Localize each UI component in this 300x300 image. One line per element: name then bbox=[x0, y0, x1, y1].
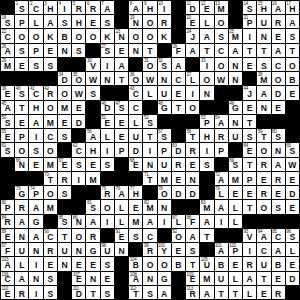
cell-r14c20[interactable]: E bbox=[272, 186, 285, 199]
cell-r6c17[interactable]: N bbox=[229, 72, 242, 85]
cell-r10c18[interactable]: S bbox=[243, 129, 256, 142]
cell-r2c6[interactable]: H bbox=[72, 15, 85, 28]
cell-r17c19[interactable]: 94A bbox=[257, 229, 270, 242]
cell-r12c19[interactable]: R bbox=[257, 158, 270, 171]
cell-r4c3[interactable]: P bbox=[29, 44, 42, 57]
cell-r12c11[interactable]: N bbox=[143, 158, 156, 171]
cell-r10c10[interactable]: U bbox=[129, 129, 142, 142]
cell-r11c21[interactable]: 65S bbox=[286, 143, 299, 156]
cell-r11c19[interactable]: O bbox=[257, 143, 270, 156]
cell-r12c3[interactable]: E bbox=[29, 158, 42, 171]
cell-r16c1[interactable]: 84R bbox=[1, 215, 14, 228]
cell-r19c10[interactable]: 104B bbox=[129, 257, 142, 270]
cell-r6c19[interactable]: 38M bbox=[257, 72, 270, 85]
cell-r1c20[interactable]: 16A bbox=[272, 1, 285, 14]
cell-r5c15[interactable]: 33I bbox=[200, 58, 213, 71]
cell-r15c19[interactable]: O bbox=[257, 200, 270, 213]
cell-r1c6[interactable]: 5R bbox=[72, 1, 85, 14]
cell-r9c4[interactable]: M bbox=[44, 115, 57, 128]
cell-r9c3[interactable]: A bbox=[29, 115, 42, 128]
cell-r3c16[interactable]: S bbox=[215, 29, 228, 42]
cell-r7c15[interactable]: N bbox=[200, 86, 213, 99]
cell-r5c11[interactable]: 31O bbox=[143, 58, 156, 71]
cell-r12c4[interactable]: M bbox=[44, 158, 57, 171]
cell-r2c7[interactable]: E bbox=[86, 15, 99, 28]
cell-r9c6[interactable]: D bbox=[72, 115, 85, 128]
cell-r16c16[interactable]: I bbox=[215, 215, 228, 228]
cell-r3c15[interactable]: A bbox=[200, 29, 213, 42]
cell-r19c3[interactable]: I bbox=[29, 257, 42, 270]
cell-r3c21[interactable]: S bbox=[286, 29, 299, 42]
cell-r6c9[interactable]: T bbox=[115, 72, 128, 85]
cell-r3c6[interactable]: O bbox=[72, 29, 85, 42]
cell-r2c21[interactable]: A bbox=[286, 15, 299, 28]
cell-r4c10[interactable]: N bbox=[129, 44, 142, 57]
cell-r13c20[interactable]: R bbox=[272, 172, 285, 185]
cell-r9c17[interactable]: N bbox=[229, 115, 242, 128]
cell-r17c15[interactable]: T bbox=[200, 229, 213, 242]
cell-r3c3[interactable]: O bbox=[29, 29, 42, 42]
cell-r10c12[interactable]: 57S bbox=[158, 129, 171, 142]
cell-r4c21[interactable]: T bbox=[286, 44, 299, 57]
cell-r5c16[interactable]: O bbox=[215, 58, 228, 71]
cell-r14c2[interactable]: 73G bbox=[15, 186, 28, 199]
cell-r4c2[interactable]: S bbox=[15, 44, 28, 57]
cell-r14c13[interactable]: D bbox=[172, 186, 185, 199]
cell-r15c10[interactable]: E bbox=[129, 200, 142, 213]
cell-r18c20[interactable]: A bbox=[272, 243, 285, 256]
cell-r19c17[interactable]: E bbox=[229, 257, 242, 270]
cell-r19c2[interactable]: L bbox=[15, 257, 28, 270]
cell-r10c11[interactable]: T bbox=[143, 129, 156, 142]
cell-r5c12[interactable]: 32S bbox=[158, 58, 171, 71]
cell-r15c2[interactable]: R bbox=[15, 200, 28, 213]
cell-r18c13[interactable]: E bbox=[172, 243, 185, 256]
cell-r20c3[interactable]: N bbox=[29, 272, 42, 285]
cell-r14c3[interactable]: 74P bbox=[29, 186, 42, 199]
cell-r18c1[interactable]: 97F bbox=[1, 243, 14, 256]
cell-r11c1[interactable]: 61S bbox=[1, 143, 14, 156]
cell-r1c19[interactable]: 15H bbox=[257, 1, 270, 14]
cell-r2c10[interactable]: 19N bbox=[129, 15, 142, 28]
cell-r8c18[interactable]: E bbox=[243, 101, 256, 114]
cell-r2c19[interactable]: U bbox=[257, 15, 270, 28]
cell-r15c3[interactable]: A bbox=[29, 200, 42, 213]
cell-r2c5[interactable]: S bbox=[58, 15, 71, 28]
cell-r13c19[interactable]: E bbox=[257, 172, 270, 185]
cell-r18c6[interactable]: N bbox=[72, 243, 85, 256]
cell-r10c5[interactable]: S bbox=[58, 129, 71, 142]
cell-r14c4[interactable]: O bbox=[44, 186, 57, 199]
cell-r12c12[interactable]: U bbox=[158, 158, 171, 171]
cell-r11c7[interactable]: H bbox=[86, 143, 99, 156]
cell-r10c9[interactable]: E bbox=[115, 129, 128, 142]
cell-r1c8[interactable]: 7A bbox=[101, 1, 114, 14]
cell-r11c18[interactable]: 64E bbox=[243, 143, 256, 156]
cell-r11c12[interactable]: P bbox=[158, 143, 171, 156]
cell-r5c13[interactable]: A bbox=[172, 58, 185, 71]
cell-r21c4[interactable]: S bbox=[44, 286, 57, 299]
cell-r20c16[interactable]: U bbox=[215, 272, 228, 285]
cell-r21c18[interactable]: L bbox=[243, 286, 256, 299]
cell-r1c7[interactable]: 6R bbox=[86, 1, 99, 14]
cell-r12c10[interactable]: 68E bbox=[129, 158, 142, 171]
cell-r8c10[interactable]: C bbox=[129, 101, 142, 114]
cell-r11c16[interactable]: P bbox=[215, 143, 228, 156]
cell-r18c14[interactable]: S bbox=[186, 243, 199, 256]
cell-r19c6[interactable]: E bbox=[72, 257, 85, 270]
cell-r20c1[interactable]: 106C bbox=[1, 272, 14, 285]
cell-r7c7[interactable]: S bbox=[86, 86, 99, 99]
cell-r11c13[interactable]: 63D bbox=[172, 143, 185, 156]
cell-r18c5[interactable]: U bbox=[58, 243, 71, 256]
cell-r2c18[interactable]: 21P bbox=[243, 15, 256, 28]
cell-r7c5[interactable]: O bbox=[58, 86, 71, 99]
cell-r1c15[interactable]: 12E bbox=[200, 1, 213, 14]
cell-r12c8[interactable]: S bbox=[101, 158, 114, 171]
cell-r18c17[interactable]: 102P bbox=[229, 243, 242, 256]
cell-r9c8[interactable]: 51E bbox=[101, 115, 114, 128]
cell-r18c3[interactable]: N bbox=[29, 243, 42, 256]
cell-r10c20[interactable]: 60S bbox=[272, 129, 285, 142]
cell-r19c1[interactable]: 103A bbox=[1, 257, 14, 270]
cell-r15c1[interactable]: 80P bbox=[1, 200, 14, 213]
cell-r21c8[interactable]: S bbox=[101, 286, 114, 299]
cell-r17c10[interactable]: S bbox=[129, 229, 142, 242]
cell-r11c10[interactable]: D bbox=[129, 143, 142, 156]
cell-r4c4[interactable]: E bbox=[44, 44, 57, 57]
cell-r9c18[interactable]: T bbox=[243, 115, 256, 128]
cell-r7c21[interactable]: E bbox=[286, 86, 299, 99]
cell-r6c16[interactable]: W bbox=[215, 72, 228, 85]
cell-r16c8[interactable]: I bbox=[101, 215, 114, 228]
cell-r9c16[interactable]: 54A bbox=[215, 115, 228, 128]
cell-r9c11[interactable]: 52S bbox=[143, 115, 156, 128]
cell-r4c19[interactable]: T bbox=[257, 44, 270, 57]
cell-r17c18[interactable]: 93V bbox=[243, 229, 256, 242]
cell-r2c20[interactable]: R bbox=[272, 15, 285, 28]
cell-r10c17[interactable]: U bbox=[229, 129, 242, 142]
cell-r18c21[interactable]: L bbox=[286, 243, 299, 256]
cell-r10c7[interactable]: 56A bbox=[86, 129, 99, 142]
cell-r17c4[interactable]: 90C bbox=[44, 229, 57, 242]
cell-r11c2[interactable]: O bbox=[15, 143, 28, 156]
cell-r12c15[interactable]: S bbox=[200, 158, 213, 171]
cell-r18c19[interactable]: C bbox=[257, 243, 270, 256]
cell-r12c20[interactable]: A bbox=[272, 158, 285, 171]
cell-r9c10[interactable]: L bbox=[129, 115, 142, 128]
cell-r10c15[interactable]: H bbox=[200, 129, 213, 142]
cell-r18c12[interactable]: 100Y bbox=[158, 243, 171, 256]
cell-r3c8[interactable]: K bbox=[101, 29, 114, 42]
cell-r7c11[interactable]: L bbox=[143, 86, 156, 99]
cell-r20c12[interactable]: G bbox=[158, 272, 171, 285]
cell-r6c5[interactable]: 34D bbox=[58, 72, 71, 85]
cell-r15c12[interactable]: N bbox=[158, 200, 171, 213]
cell-r16c15[interactable]: A bbox=[200, 215, 213, 228]
cell-r8c1[interactable]: 45A bbox=[1, 101, 14, 114]
cell-r14c14[interactable]: D bbox=[186, 186, 199, 199]
cell-r16c3[interactable]: G bbox=[29, 215, 42, 228]
cell-r20c21[interactable]: D bbox=[286, 272, 299, 285]
cell-r3c7[interactable]: O bbox=[86, 29, 99, 42]
cell-r11c6[interactable]: 62C bbox=[72, 143, 85, 156]
cell-r1c10[interactable]: 8A bbox=[129, 1, 142, 14]
cell-r13c7[interactable]: M bbox=[86, 172, 99, 185]
cell-r13c16[interactable]: 72A bbox=[215, 172, 228, 185]
cell-r2c2[interactable]: P bbox=[15, 15, 28, 28]
cell-r21c7[interactable]: T bbox=[86, 286, 99, 299]
cell-r16c14[interactable]: 88F bbox=[186, 215, 199, 228]
cell-r10c8[interactable]: L bbox=[101, 129, 114, 142]
cell-r20c20[interactable]: E bbox=[272, 272, 285, 285]
cell-r10c4[interactable]: C bbox=[44, 129, 57, 142]
cell-r12c21[interactable]: W bbox=[286, 158, 299, 171]
cell-r16c9[interactable]: L bbox=[115, 215, 128, 228]
cell-r4c9[interactable]: E bbox=[115, 44, 128, 57]
cell-r17c2[interactable]: N bbox=[15, 229, 28, 242]
cell-r21c6[interactable]: 111D bbox=[72, 286, 85, 299]
cell-r3c19[interactable]: N bbox=[257, 29, 270, 42]
cell-r4c1[interactable]: 26A bbox=[1, 44, 14, 57]
cell-r6c8[interactable]: N bbox=[101, 72, 114, 85]
cell-r11c4[interactable]: O bbox=[44, 143, 57, 156]
cell-r18c18[interactable]: I bbox=[243, 243, 256, 256]
cell-r3c20[interactable]: E bbox=[272, 29, 285, 42]
cell-r1c16[interactable]: 13M bbox=[215, 1, 228, 14]
cell-r20c17[interactable]: L bbox=[229, 272, 242, 285]
cell-r9c1[interactable]: 50S bbox=[1, 115, 14, 128]
cell-r8c20[interactable]: E bbox=[272, 101, 285, 114]
cell-r5c2[interactable]: E bbox=[15, 58, 28, 71]
cell-r7c18[interactable]: 44J bbox=[243, 86, 256, 99]
cell-r5c1[interactable]: 29M bbox=[1, 58, 14, 71]
cell-r14c5[interactable]: S bbox=[58, 186, 71, 199]
cell-r16c5[interactable]: 85S bbox=[58, 215, 71, 228]
cell-r5c17[interactable]: N bbox=[229, 58, 242, 71]
cell-r7c3[interactable]: 41C bbox=[29, 86, 42, 99]
cell-r14c10[interactable]: 77H bbox=[129, 186, 142, 199]
cell-r8c8[interactable]: 46D bbox=[101, 101, 114, 114]
cell-r3c10[interactable]: O bbox=[129, 29, 142, 42]
cell-r11c8[interactable]: I bbox=[101, 143, 114, 156]
cell-r18c8[interactable]: 98U bbox=[101, 243, 114, 256]
cell-r19c4[interactable]: E bbox=[44, 257, 57, 270]
cell-r21c1[interactable]: 110E bbox=[1, 286, 14, 299]
cell-r15c20[interactable]: S bbox=[272, 200, 285, 213]
cell-r8c17[interactable]: 49G bbox=[229, 101, 242, 114]
cell-r2c15[interactable]: L bbox=[200, 15, 213, 28]
cell-r17c1[interactable]: 89E bbox=[1, 229, 14, 242]
cell-r7c6[interactable]: W bbox=[72, 86, 85, 99]
cell-r13c13[interactable]: E bbox=[172, 172, 185, 185]
cell-r20c10[interactable]: 108A bbox=[129, 272, 142, 285]
cell-r15c18[interactable]: T bbox=[243, 200, 256, 213]
cell-r16c6[interactable]: 86N bbox=[72, 215, 85, 228]
cell-r12c6[interactable]: S bbox=[72, 158, 85, 171]
cell-r1c21[interactable]: 17H bbox=[286, 1, 299, 14]
cell-r10c19[interactable]: 59T bbox=[257, 129, 270, 142]
cell-r20c6[interactable]: 107E bbox=[72, 272, 85, 285]
cell-r13c11[interactable]: 71T bbox=[143, 172, 156, 185]
cell-r18c11[interactable]: 99R bbox=[143, 243, 156, 256]
cell-r15c7[interactable]: 81S bbox=[86, 200, 99, 213]
cell-r5c7[interactable]: 30V bbox=[86, 58, 99, 71]
cell-r6c12[interactable]: N bbox=[158, 72, 171, 85]
cell-r17c3[interactable]: A bbox=[29, 229, 42, 242]
cell-r20c14[interactable]: 109E bbox=[186, 272, 199, 285]
cell-r19c21[interactable]: E bbox=[286, 257, 299, 270]
cell-r19c5[interactable]: N bbox=[58, 257, 71, 270]
cell-r9c5[interactable]: E bbox=[58, 115, 71, 128]
cell-r10c3[interactable]: I bbox=[29, 129, 42, 142]
cell-r18c2[interactable]: U bbox=[15, 243, 28, 256]
cell-r11c9[interactable]: P bbox=[115, 143, 128, 156]
cell-r1c2[interactable]: 1S bbox=[15, 1, 28, 14]
cell-r18c7[interactable]: G bbox=[86, 243, 99, 256]
cell-r4c15[interactable]: T bbox=[200, 44, 213, 57]
cell-r21c14[interactable]: 113R bbox=[186, 286, 199, 299]
cell-r15c16[interactable]: A bbox=[215, 200, 228, 213]
cell-r13c21[interactable]: E bbox=[286, 172, 299, 185]
cell-r20c18[interactable]: A bbox=[243, 272, 256, 285]
cell-r15c4[interactable]: M bbox=[44, 200, 57, 213]
cell-r12c5[interactable]: 67E bbox=[58, 158, 71, 171]
cell-r3c9[interactable]: 23N bbox=[115, 29, 128, 42]
cell-r14c16[interactable]: 79L bbox=[215, 186, 228, 199]
cell-r7c2[interactable]: 40S bbox=[15, 86, 28, 99]
cell-r21c3[interactable]: I bbox=[29, 286, 42, 299]
cell-r17c5[interactable]: T bbox=[58, 229, 71, 242]
cell-r12c7[interactable]: E bbox=[86, 158, 99, 171]
cell-r1c11[interactable]: 9H bbox=[143, 1, 156, 14]
cell-r8c12[interactable]: 48G bbox=[158, 101, 171, 114]
cell-r13c18[interactable]: P bbox=[243, 172, 256, 185]
cell-r1c18[interactable]: 14S bbox=[243, 1, 256, 14]
cell-r8c5[interactable]: M bbox=[58, 101, 71, 114]
cell-r20c4[interactable]: S bbox=[44, 272, 57, 285]
cell-r4c16[interactable]: C bbox=[215, 44, 228, 57]
cell-r2c11[interactable]: O bbox=[143, 15, 156, 28]
cell-r12c14[interactable]: E bbox=[186, 158, 199, 171]
cell-r8c3[interactable]: H bbox=[29, 101, 42, 114]
cell-r5c21[interactable]: O bbox=[286, 58, 299, 71]
cell-r21c19[interactable]: E bbox=[257, 286, 270, 299]
cell-r6c13[interactable]: C bbox=[172, 72, 185, 85]
cell-r14c21[interactable]: D bbox=[286, 186, 299, 199]
cell-r16c12[interactable]: I bbox=[158, 215, 171, 228]
cell-r5c20[interactable]: C bbox=[272, 58, 285, 71]
cell-r5c18[interactable]: E bbox=[243, 58, 256, 71]
cell-r20c2[interactable]: A bbox=[15, 272, 28, 285]
cell-r16c10[interactable]: M bbox=[129, 215, 142, 228]
cell-r8c19[interactable]: N bbox=[257, 101, 270, 114]
cell-r12c2[interactable]: 66N bbox=[15, 158, 28, 171]
cell-r6c20[interactable]: O bbox=[272, 72, 285, 85]
cell-r14c9[interactable]: 76A bbox=[115, 186, 128, 199]
cell-r17c6[interactable]: O bbox=[72, 229, 85, 242]
cell-r8c13[interactable]: T bbox=[172, 101, 185, 114]
cell-r16c2[interactable]: A bbox=[15, 215, 28, 228]
cell-r9c2[interactable]: E bbox=[15, 115, 28, 128]
cell-r2c3[interactable]: L bbox=[29, 15, 42, 28]
cell-r13c17[interactable]: M bbox=[229, 172, 242, 185]
cell-r3c5[interactable]: B bbox=[58, 29, 71, 42]
cell-r19c8[interactable]: S bbox=[101, 257, 114, 270]
cell-r14c12[interactable]: 78O bbox=[158, 186, 171, 199]
cell-r21c10[interactable]: 112T bbox=[129, 286, 142, 299]
cell-r2c14[interactable]: 20E bbox=[186, 15, 199, 28]
cell-r13c14[interactable]: N bbox=[186, 172, 199, 185]
cell-r7c12[interactable]: U bbox=[158, 86, 171, 99]
cell-r16c11[interactable]: A bbox=[143, 215, 156, 228]
cell-r16c17[interactable]: L bbox=[229, 215, 242, 228]
cell-r10c2[interactable]: P bbox=[15, 129, 28, 142]
cell-r2c16[interactable]: O bbox=[215, 15, 228, 28]
cell-r7c4[interactable]: 42R bbox=[44, 86, 57, 99]
cell-r10c1[interactable]: 55E bbox=[1, 129, 14, 142]
cell-r6c7[interactable]: W bbox=[86, 72, 99, 85]
cell-r5c19[interactable]: S bbox=[257, 58, 270, 71]
cell-r15c11[interactable]: 82M bbox=[143, 200, 156, 213]
cell-r16c13[interactable]: 87L bbox=[172, 215, 185, 228]
cell-r3c17[interactable]: 25M bbox=[229, 29, 242, 42]
cell-r4c20[interactable]: A bbox=[272, 44, 285, 57]
cell-r5c9[interactable]: A bbox=[115, 58, 128, 71]
cell-r12c17[interactable]: 69S bbox=[229, 158, 242, 171]
cell-r17c9[interactable]: 91E bbox=[115, 229, 128, 242]
cell-r17c7[interactable]: R bbox=[86, 229, 99, 242]
cell-r11c15[interactable]: I bbox=[200, 143, 213, 156]
cell-r14c8[interactable]: 75R bbox=[101, 186, 114, 199]
cell-r8c4[interactable]: O bbox=[44, 101, 57, 114]
cell-r21c15[interactable]: A bbox=[200, 286, 213, 299]
cell-r18c4[interactable]: R bbox=[44, 243, 57, 256]
cell-r9c15[interactable]: 53P bbox=[200, 115, 213, 128]
cell-r13c5[interactable]: R bbox=[58, 172, 71, 185]
cell-r21c17[interactable]: T bbox=[229, 286, 242, 299]
cell-r13c4[interactable]: 70T bbox=[44, 172, 57, 185]
cell-r17c11[interactable]: C bbox=[143, 229, 156, 242]
cell-r7c20[interactable]: D bbox=[272, 86, 285, 99]
cell-r8c14[interactable]: O bbox=[186, 101, 199, 114]
cell-r7c10[interactable]: 43C bbox=[129, 86, 142, 99]
cell-r12c13[interactable]: R bbox=[172, 158, 185, 171]
cell-r7c1[interactable]: 39E bbox=[1, 86, 14, 99]
cell-r4c14[interactable]: A bbox=[186, 44, 199, 57]
cell-r14c17[interactable]: E bbox=[229, 186, 242, 199]
cell-r15c15[interactable]: 83M bbox=[200, 200, 213, 213]
cell-r6c10[interactable]: 36O bbox=[129, 72, 142, 85]
cell-r19c19[interactable]: U bbox=[257, 257, 270, 270]
cell-r19c11[interactable]: O bbox=[143, 257, 156, 270]
cell-r21c11[interactable]: S bbox=[143, 286, 156, 299]
cell-r3c11[interactable]: O bbox=[143, 29, 156, 42]
cell-r4c13[interactable]: 28F bbox=[172, 44, 185, 57]
cell-r6c15[interactable]: O bbox=[200, 72, 213, 85]
cell-r14c19[interactable]: R bbox=[257, 186, 270, 199]
cell-r14c18[interactable]: E bbox=[243, 186, 256, 199]
cell-r2c1[interactable]: 18S bbox=[1, 15, 14, 28]
cell-r3c2[interactable]: O bbox=[15, 29, 28, 42]
cell-r20c15[interactable]: M bbox=[200, 272, 213, 285]
cell-r13c6[interactable]: I bbox=[72, 172, 85, 185]
cell-r7c13[interactable]: E bbox=[172, 86, 185, 99]
cell-r6c14[interactable]: 37L bbox=[186, 72, 199, 85]
cell-r15c8[interactable]: O bbox=[101, 200, 114, 213]
cell-r8c9[interactable]: 47S bbox=[115, 101, 128, 114]
cell-r15c17[interactable]: L bbox=[229, 200, 242, 213]
